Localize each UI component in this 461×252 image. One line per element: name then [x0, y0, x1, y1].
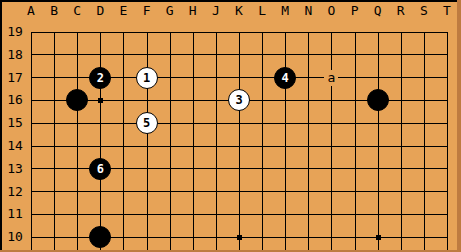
star-point-K10	[237, 235, 242, 240]
board-marker-a: a	[324, 70, 338, 86]
board-edge-shadow-right	[457, 0, 461, 252]
stone-black-D17[interactable]: 2	[89, 67, 111, 89]
stone-black-D13[interactable]: 6	[89, 158, 111, 180]
grid-line-v-C	[77, 32, 78, 250]
star-point-D16	[98, 98, 103, 103]
stone-black-Q16[interactable]	[367, 89, 389, 111]
column-label-J: J	[204, 3, 228, 19]
column-label-K: K	[227, 3, 251, 19]
grid-line-v-T	[447, 32, 448, 250]
row-label-12: 12	[2, 184, 28, 200]
row-label-14: 14	[2, 138, 28, 154]
row-label-15: 15	[2, 115, 28, 131]
column-label-N: N	[296, 3, 320, 19]
column-label-E: E	[111, 3, 135, 19]
column-label-D: D	[88, 3, 112, 19]
grid-line-v-K	[239, 32, 240, 250]
grid-line-v-G	[170, 32, 171, 250]
grid-line-v-D	[100, 32, 101, 250]
grid-line-v-F	[147, 32, 148, 250]
column-label-S: S	[412, 3, 436, 19]
grid-line-v-B	[54, 32, 55, 250]
row-label-13: 13	[2, 161, 28, 177]
stone-black-M17[interactable]: 4	[274, 67, 296, 89]
column-label-T: T	[435, 3, 459, 19]
row-label-10: 10	[2, 229, 28, 245]
column-label-M: M	[273, 3, 297, 19]
grid-line-v-M	[285, 32, 286, 250]
board-edge-top	[0, 0, 461, 2]
star-point-Q10	[376, 235, 381, 240]
column-label-A: A	[19, 3, 43, 19]
row-label-11: 11	[2, 206, 28, 222]
stone-black-C16[interactable]	[66, 89, 88, 111]
column-label-B: B	[42, 3, 66, 19]
column-label-P: P	[343, 3, 367, 19]
stone-white-F15[interactable]: 5	[136, 112, 158, 134]
column-label-R: R	[389, 3, 413, 19]
column-label-Q: Q	[366, 3, 390, 19]
grid-line-v-S	[424, 32, 425, 250]
grid-line-v-A	[31, 32, 32, 250]
grid-line-v-L	[262, 32, 263, 250]
go-board[interactable]: ABCDEFGHJKLMNOPQRST19181716151413121110 …	[0, 0, 461, 252]
row-label-19: 19	[2, 24, 28, 40]
grid-line-v-Q	[378, 32, 379, 250]
row-label-16: 16	[2, 92, 28, 108]
column-label-L: L	[250, 3, 274, 19]
column-label-O: O	[319, 3, 343, 19]
grid-line-v-P	[355, 32, 356, 250]
grid-line-v-E	[123, 32, 124, 250]
row-label-17: 17	[2, 70, 28, 86]
grid-line-v-R	[401, 32, 402, 250]
grid-line-v-H	[193, 32, 194, 250]
stone-white-K16[interactable]: 3	[228, 89, 250, 111]
row-label-18: 18	[2, 47, 28, 63]
column-label-F: F	[135, 3, 159, 19]
grid-line-v-J	[216, 32, 217, 250]
stone-black-D10[interactable]	[89, 226, 111, 248]
stone-white-F17[interactable]: 1	[136, 67, 158, 89]
grid-line-v-N	[308, 32, 309, 250]
column-label-C: C	[65, 3, 89, 19]
column-label-H: H	[181, 3, 205, 19]
grid-line-v-O	[331, 32, 332, 250]
column-label-G: G	[158, 3, 182, 19]
